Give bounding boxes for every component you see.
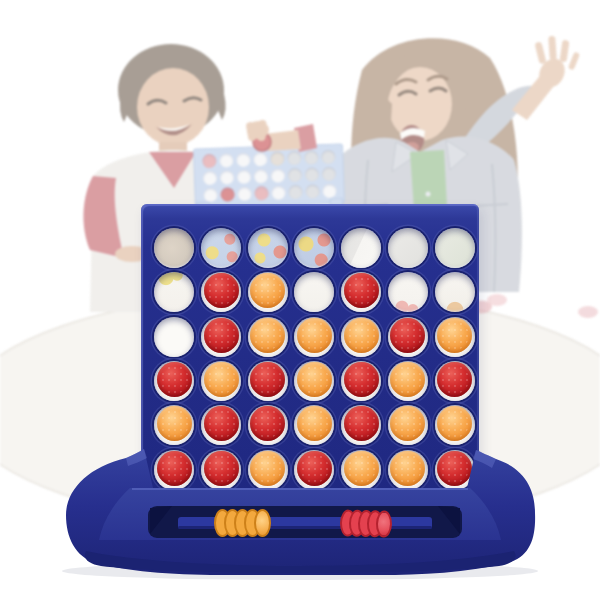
- hole-with-orange-disc: [388, 361, 428, 401]
- empty-hole: [435, 228, 475, 268]
- cell-r4c4: [291, 359, 338, 403]
- cell-r1c2: [198, 226, 245, 270]
- empty-hole: [154, 228, 194, 268]
- cell-r6c3: [244, 448, 291, 492]
- cell-r6c6: [385, 448, 432, 492]
- orange-disc: [157, 406, 192, 441]
- orange-disc: [390, 362, 425, 397]
- empty-hole: [388, 228, 428, 268]
- hole-with-orange-disc: [201, 361, 241, 401]
- red-disc: [344, 362, 379, 397]
- orange-disc-stack: [214, 509, 264, 537]
- cell-r5c5: [338, 403, 385, 447]
- red-disc: [437, 451, 472, 486]
- hole-with-red-disc: [341, 361, 381, 401]
- cell-r5c7: [431, 403, 478, 447]
- orange-disc: [297, 318, 332, 353]
- cell-r5c3: [244, 403, 291, 447]
- cell-r5c4: [291, 403, 338, 447]
- cell-r3c5: [338, 315, 385, 359]
- orange-disc: [390, 406, 425, 441]
- orange-disc: [250, 273, 285, 308]
- orange-disc: [390, 451, 425, 486]
- orange-disc: [344, 451, 379, 486]
- hole-with-red-disc: [154, 361, 194, 401]
- cell-r2c7: [431, 270, 478, 314]
- hole-with-red-disc: [201, 450, 241, 490]
- hole-with-orange-disc: [435, 317, 475, 357]
- cell-r3c3: [244, 315, 291, 359]
- hole-with-red-disc: [435, 450, 475, 490]
- cell-r2c6: [385, 270, 432, 314]
- empty-hole: [154, 317, 194, 357]
- cell-r1c1: [151, 226, 198, 270]
- empty-hole: [294, 228, 334, 268]
- product-photo: [0, 0, 600, 600]
- hole-with-orange-disc: [248, 450, 288, 490]
- empty-hole: [341, 228, 381, 268]
- cell-r4c3: [244, 359, 291, 403]
- cell-r1c3: [244, 226, 291, 270]
- red-disc: [204, 273, 239, 308]
- empty-hole: [435, 272, 475, 312]
- board-grid: [151, 226, 478, 492]
- cell-r6c2: [198, 448, 245, 492]
- hole-with-red-disc: [388, 317, 428, 357]
- hole-with-red-disc: [201, 272, 241, 312]
- cell-r3c2: [198, 315, 245, 359]
- cell-r1c5: [338, 226, 385, 270]
- connect4-board: [141, 204, 479, 504]
- hole-with-red-disc: [294, 450, 334, 490]
- orange-disc: [204, 362, 239, 397]
- orange-disc: [297, 406, 332, 441]
- cell-r6c1: [151, 448, 198, 492]
- red-disc: [204, 406, 239, 441]
- hole-with-red-disc: [341, 272, 381, 312]
- cell-r2c5: [338, 270, 385, 314]
- hole-with-orange-disc: [294, 405, 334, 445]
- red-disc: [157, 451, 192, 486]
- orange-disc: [250, 451, 285, 486]
- empty-hole: [201, 228, 241, 268]
- orange-disc: [344, 318, 379, 353]
- cell-r3c7: [431, 315, 478, 359]
- cell-r1c7: [431, 226, 478, 270]
- cell-r2c4: [291, 270, 338, 314]
- cell-r4c1: [151, 359, 198, 403]
- cell-r4c6: [385, 359, 432, 403]
- hole-with-red-disc: [201, 317, 241, 357]
- cell-r1c6: [385, 226, 432, 270]
- cell-r2c1: [151, 270, 198, 314]
- orange-disc: [250, 318, 285, 353]
- hole-with-orange-disc: [154, 405, 194, 445]
- red-disc: [204, 451, 239, 486]
- hole-with-orange-disc: [341, 317, 381, 357]
- empty-hole: [294, 272, 334, 312]
- cell-r3c4: [291, 315, 338, 359]
- cell-r6c5: [338, 448, 385, 492]
- red-disc: [344, 273, 379, 308]
- cell-r4c5: [338, 359, 385, 403]
- red-disc: [390, 318, 425, 353]
- red-disc: [204, 318, 239, 353]
- hole-with-red-disc: [248, 405, 288, 445]
- hole-with-red-disc: [248, 361, 288, 401]
- cell-r5c2: [198, 403, 245, 447]
- cell-r3c6: [385, 315, 432, 359]
- cell-r2c2: [198, 270, 245, 314]
- hole-with-orange-disc: [388, 405, 428, 445]
- empty-hole: [154, 272, 194, 312]
- cell-r5c1: [151, 403, 198, 447]
- orange-disc: [437, 406, 472, 441]
- orange-disc: [297, 362, 332, 397]
- cell-r6c7: [431, 448, 478, 492]
- red-disc: [344, 406, 379, 441]
- hole-with-orange-disc: [294, 317, 334, 357]
- hole-with-red-disc: [201, 405, 241, 445]
- cell-r1c4: [291, 226, 338, 270]
- hole-with-orange-disc: [435, 405, 475, 445]
- cell-r2c3: [244, 270, 291, 314]
- hole-with-orange-disc: [388, 450, 428, 490]
- red-disc: [297, 451, 332, 486]
- empty-hole: [248, 228, 288, 268]
- red-disc: [250, 406, 285, 441]
- red-disc: [157, 362, 192, 397]
- hole-with-orange-disc: [294, 361, 334, 401]
- hole-with-orange-disc: [248, 272, 288, 312]
- cell-r4c2: [198, 359, 245, 403]
- hole-with-red-disc: [435, 361, 475, 401]
- red-disc-stack: [340, 509, 386, 537]
- red-disc: [250, 362, 285, 397]
- cell-r6c4: [291, 448, 338, 492]
- empty-hole: [388, 272, 428, 312]
- cell-r3c1: [151, 315, 198, 359]
- spare-disc: [254, 509, 271, 537]
- cell-r5c6: [385, 403, 432, 447]
- hole-with-red-disc: [154, 450, 194, 490]
- hole-with-red-disc: [341, 405, 381, 445]
- cell-r4c7: [431, 359, 478, 403]
- hole-with-orange-disc: [341, 450, 381, 490]
- red-disc: [437, 362, 472, 397]
- orange-disc: [437, 318, 472, 353]
- hole-with-orange-disc: [248, 317, 288, 357]
